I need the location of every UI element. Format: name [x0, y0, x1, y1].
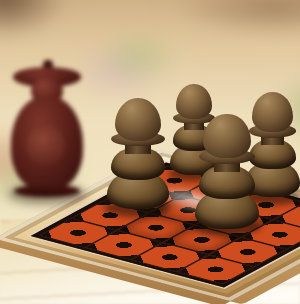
buddha-figure[interactable] — [10, 60, 84, 200]
piece-dome — [115, 98, 161, 141]
photo-scene — [0, 0, 300, 304]
pagoda-piece-front-left[interactable] — [107, 98, 169, 210]
pagoda-piece-front-middle[interactable] — [195, 114, 259, 230]
buddha-belly — [26, 124, 64, 166]
buddha-base — [14, 185, 79, 198]
piece-dome — [203, 114, 250, 158]
